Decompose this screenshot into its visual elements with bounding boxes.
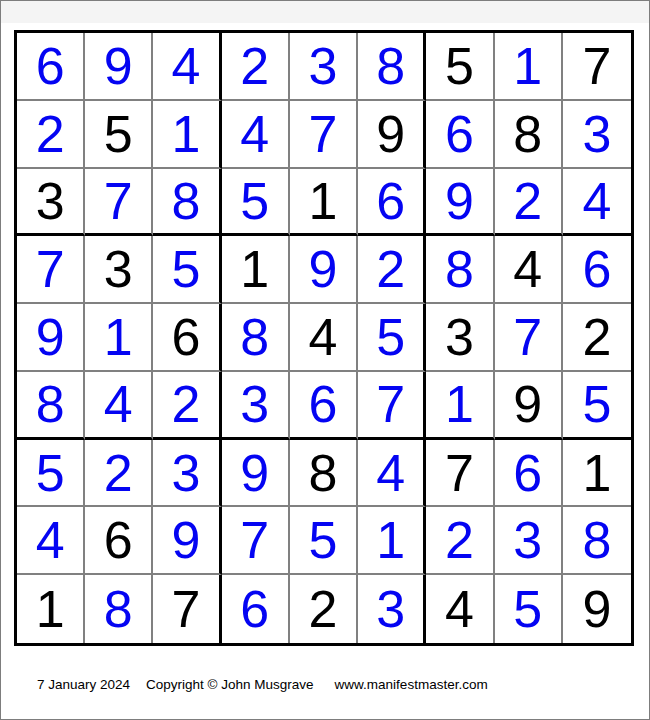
cell-r7c2: 2 xyxy=(85,440,153,508)
cell-r4c2: 3 xyxy=(85,236,153,304)
cell-r5c1: 9 xyxy=(17,304,85,372)
cell-r8c8: 3 xyxy=(495,507,563,575)
cell-r8c1: 4 xyxy=(17,507,85,575)
cell-r8c5: 5 xyxy=(290,507,358,575)
cell-r9c5: 2 xyxy=(290,575,358,643)
cell-r6c9: 5 xyxy=(563,372,631,440)
cell-r6c4: 3 xyxy=(222,372,290,440)
cell-r8c3: 9 xyxy=(153,507,221,575)
cell-r8c4: 7 xyxy=(222,507,290,575)
cell-r9c7: 4 xyxy=(426,575,494,643)
cell-r9c4: 6 xyxy=(222,575,290,643)
cell-r5c4: 8 xyxy=(222,304,290,372)
cell-r4c1: 7 xyxy=(17,236,85,304)
cell-r7c4: 9 xyxy=(222,440,290,508)
cell-r6c2: 4 xyxy=(85,372,153,440)
cell-r5c5: 4 xyxy=(290,304,358,372)
sudoku-board: 6942385172514796833785169247351928469168… xyxy=(14,30,634,646)
cell-r7c3: 3 xyxy=(153,440,221,508)
cell-r5c3: 6 xyxy=(153,304,221,372)
cell-r2c5: 7 xyxy=(290,101,358,169)
cell-r6c5: 6 xyxy=(290,372,358,440)
puzzle-page: 6942385172514796833785169247351928469168… xyxy=(0,0,650,720)
cell-r2c2: 5 xyxy=(85,101,153,169)
cell-r2c6: 9 xyxy=(358,101,426,169)
cell-r3c6: 6 xyxy=(358,169,426,237)
cell-r7c7: 7 xyxy=(426,440,494,508)
cell-r1c5: 3 xyxy=(290,33,358,101)
cell-r8c9: 8 xyxy=(563,507,631,575)
cell-r6c6: 7 xyxy=(358,372,426,440)
cell-r1c1: 6 xyxy=(17,33,85,101)
cell-r1c8: 1 xyxy=(495,33,563,101)
cell-r1c3: 4 xyxy=(153,33,221,101)
cell-r8c2: 6 xyxy=(85,507,153,575)
cell-r3c1: 3 xyxy=(17,169,85,237)
footer-date: 7 January 2024 xyxy=(37,677,130,692)
top-strip xyxy=(1,1,649,23)
cell-r8c6: 1 xyxy=(358,507,426,575)
cell-r7c8: 6 xyxy=(495,440,563,508)
cell-r4c8: 4 xyxy=(495,236,563,304)
cell-r5c6: 5 xyxy=(358,304,426,372)
cell-r2c1: 2 xyxy=(17,101,85,169)
cell-r5c2: 1 xyxy=(85,304,153,372)
cell-r2c8: 8 xyxy=(495,101,563,169)
cell-r2c7: 6 xyxy=(426,101,494,169)
cell-r6c7: 1 xyxy=(426,372,494,440)
cell-r9c3: 7 xyxy=(153,575,221,643)
footer-website: www.manifestmaster.com xyxy=(335,677,488,692)
cell-r9c6: 3 xyxy=(358,575,426,643)
cell-r6c3: 2 xyxy=(153,372,221,440)
cell-r5c8: 7 xyxy=(495,304,563,372)
cell-r2c3: 1 xyxy=(153,101,221,169)
cell-r9c8: 5 xyxy=(495,575,563,643)
cell-r1c7: 5 xyxy=(426,33,494,101)
cell-r3c4: 5 xyxy=(222,169,290,237)
cell-r3c7: 9 xyxy=(426,169,494,237)
cell-r3c3: 8 xyxy=(153,169,221,237)
cell-r7c5: 8 xyxy=(290,440,358,508)
cell-r7c9: 1 xyxy=(563,440,631,508)
cell-r4c6: 2 xyxy=(358,236,426,304)
cell-r2c4: 4 xyxy=(222,101,290,169)
cell-r1c4: 2 xyxy=(222,33,290,101)
cell-r3c8: 2 xyxy=(495,169,563,237)
cell-r9c2: 8 xyxy=(85,575,153,643)
cell-r5c7: 3 xyxy=(426,304,494,372)
footer-copyright: Copyright © John Musgrave xyxy=(146,677,314,692)
cell-r2c9: 3 xyxy=(563,101,631,169)
cell-r4c4: 1 xyxy=(222,236,290,304)
cell-r7c6: 4 xyxy=(358,440,426,508)
footer: 7 January 2024Copyright © John Musgravew… xyxy=(37,677,488,692)
cell-r5c9: 2 xyxy=(563,304,631,372)
cell-r9c9: 9 xyxy=(563,575,631,643)
cell-r4c9: 6 xyxy=(563,236,631,304)
cell-r1c6: 8 xyxy=(358,33,426,101)
cell-r4c3: 5 xyxy=(153,236,221,304)
cell-r4c7: 8 xyxy=(426,236,494,304)
cell-r3c9: 4 xyxy=(563,169,631,237)
cell-r4c5: 9 xyxy=(290,236,358,304)
cell-r8c7: 2 xyxy=(426,507,494,575)
cell-r6c1: 8 xyxy=(17,372,85,440)
cell-r3c2: 7 xyxy=(85,169,153,237)
cell-r1c9: 7 xyxy=(563,33,631,101)
cell-r9c1: 1 xyxy=(17,575,85,643)
cell-r7c1: 5 xyxy=(17,440,85,508)
cell-r1c2: 9 xyxy=(85,33,153,101)
cell-r6c8: 9 xyxy=(495,372,563,440)
cell-r3c5: 1 xyxy=(290,169,358,237)
